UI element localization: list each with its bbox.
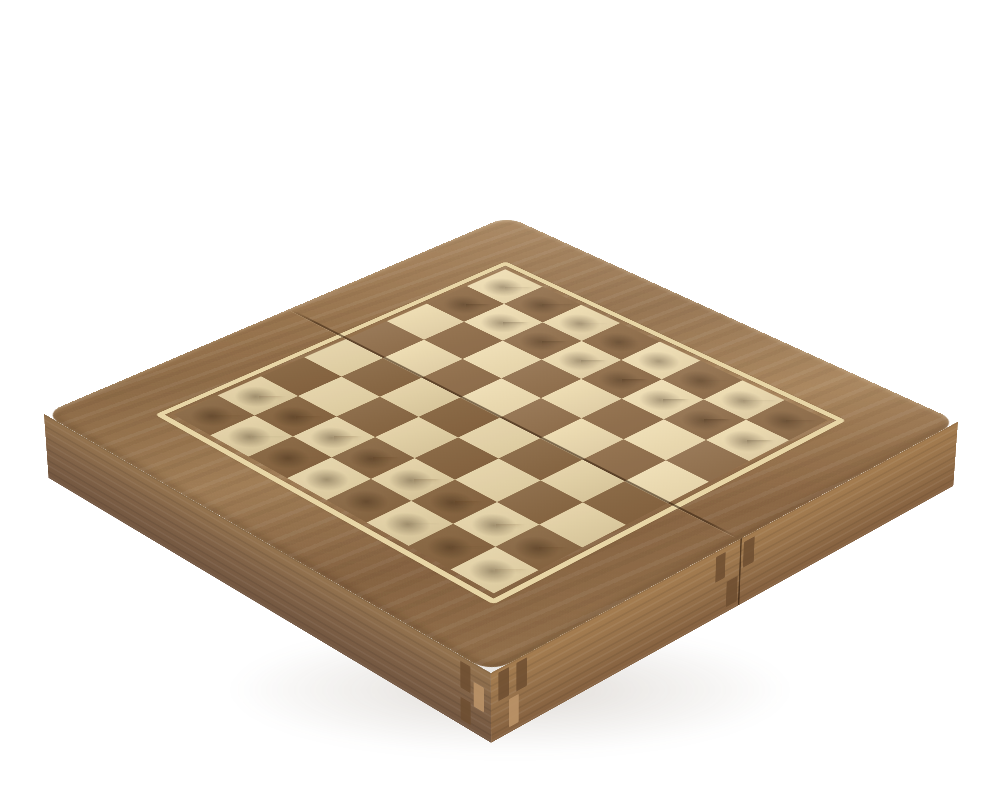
finger-joint (509, 694, 519, 728)
finger-joint (516, 657, 527, 691)
white-rook-glyph: ♜ (454, 491, 536, 575)
finger-joint (498, 667, 509, 701)
black-pawn-glyph: ♟ (717, 383, 777, 445)
scene: ♜♞♝♛♚♝♞♜♟♟♟♟♟♟♟♟♟♟♟♟♟♟♟♟♜♞♝♛♚♝♞♜ (0, 0, 1000, 800)
finger-joint (460, 661, 470, 693)
finger-joint (474, 682, 484, 713)
product-photo-stage: ♜♞♝♛♚♝♞♜♟♟♟♟♟♟♟♟♟♟♟♟♟♟♟♟♜♞♝♛♚♝♞♜ (0, 0, 1000, 800)
